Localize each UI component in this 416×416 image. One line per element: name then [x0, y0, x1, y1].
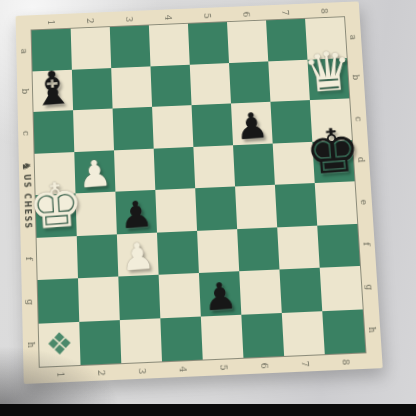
square-b1[interactable]: ♝ [33, 69, 74, 112]
corner-top-right [343, 1, 360, 17]
coord-label: 5 [203, 358, 245, 376]
square-b8[interactable]: ♛ [307, 58, 349, 101]
coord-label: 6 [243, 356, 285, 374]
coord-label: e [355, 181, 374, 224]
coord-label: 4 [148, 9, 188, 26]
piece-black-pawn[interactable]: ♟ [202, 276, 238, 316]
square-c5[interactable] [192, 103, 233, 146]
board-squares: ♝♛♟♟♚♚♟♟♟❖ [32, 17, 366, 367]
square-b5[interactable] [190, 63, 231, 106]
piece-black-bishop[interactable]: ♝ [30, 63, 75, 112]
square-a6[interactable] [227, 20, 268, 62]
piece-white-queen[interactable]: ♛ [301, 44, 355, 101]
square-e6[interactable] [235, 185, 277, 229]
board-frame: 12345678 abcfgh ♝♛♟♟♚♚♟♟♟❖ abcdefgh 1234… [16, 1, 383, 384]
coord-label: 7 [284, 354, 326, 372]
square-g2[interactable] [78, 277, 120, 322]
square-b2[interactable] [72, 68, 113, 111]
piece-black-pawn[interactable]: ♟ [234, 107, 270, 145]
piece-white-pawn[interactable]: ♟ [120, 237, 156, 277]
square-h4[interactable] [160, 316, 202, 361]
square-e4[interactable] [155, 188, 197, 232]
square-h8[interactable] [322, 309, 365, 354]
square-b6[interactable] [229, 61, 270, 104]
square-e3[interactable]: ♟ [115, 190, 157, 234]
square-c4[interactable] [152, 105, 193, 148]
square-g6[interactable] [239, 269, 282, 314]
square-a3[interactable] [110, 25, 151, 67]
coord-label: 3 [109, 10, 149, 27]
corner-bottom-right [365, 352, 382, 369]
square-f5[interactable] [197, 229, 239, 273]
coord-label: 2 [70, 12, 110, 29]
square-e5[interactable] [195, 186, 237, 230]
square-f6[interactable] [237, 227, 279, 271]
knight-logo-icon: ♞ [20, 161, 33, 171]
square-g5[interactable]: ♟ [199, 271, 241, 316]
square-f4[interactable] [157, 230, 199, 274]
square-a5[interactable] [188, 22, 229, 64]
square-f7[interactable] [277, 225, 320, 269]
square-b3[interactable] [111, 66, 152, 109]
square-d5[interactable] [193, 145, 235, 188]
square-g1[interactable] [38, 278, 80, 323]
coord-label: 4 [162, 360, 203, 378]
square-c1[interactable] [34, 110, 75, 153]
square-a4[interactable] [149, 24, 190, 66]
square-h6[interactable] [241, 312, 284, 357]
coord-label: 8 [325, 352, 367, 370]
piece-white-king[interactable]: ♚ [26, 173, 85, 239]
square-d4[interactable] [154, 146, 196, 189]
square-h3[interactable] [120, 318, 162, 363]
square-d3[interactable] [114, 148, 155, 191]
square-d6[interactable] [233, 143, 275, 186]
chess-board: 12345678 abcfgh ♝♛♟♟♚♚♟♟♟❖ abcdefgh 1234… [16, 1, 383, 384]
square-g8[interactable] [320, 266, 363, 311]
coord-label: h [363, 308, 382, 352]
square-c6[interactable]: ♟ [231, 102, 273, 145]
square-d8[interactable]: ♚ [312, 140, 354, 183]
square-a2[interactable] [71, 27, 111, 69]
square-f2[interactable] [77, 234, 119, 278]
coord-label: 5 [187, 7, 227, 24]
coord-label: 6 [226, 5, 266, 22]
photo-scene: 12345678 abcfgh ♝♛♟♟♚♚♟♟♟❖ abcdefgh 1234… [0, 0, 416, 416]
coord-label: g [21, 280, 38, 324]
piece-black-king[interactable]: ♚ [302, 119, 363, 184]
square-e1[interactable]: ♚ [36, 193, 77, 237]
square-g7[interactable] [279, 268, 322, 313]
square-f8[interactable] [317, 223, 360, 267]
coord-label: 8 [304, 2, 344, 19]
square-h7[interactable] [282, 311, 325, 356]
corner-top-left [16, 15, 32, 31]
square-h5[interactable] [201, 314, 244, 359]
square-f3[interactable]: ♟ [117, 232, 159, 276]
square-g3[interactable] [118, 275, 160, 320]
coord-label: 3 [121, 361, 162, 379]
coord-label: g [360, 265, 379, 309]
coord-label: f [357, 223, 376, 266]
square-c3[interactable] [113, 107, 154, 150]
square-e7[interactable] [275, 183, 317, 227]
square-c2[interactable] [73, 109, 114, 152]
square-g4[interactable] [159, 273, 201, 318]
coord-label: 7 [265, 4, 305, 21]
board-corner-shadow [0, 346, 120, 406]
square-b4[interactable] [150, 64, 191, 107]
table-edge [0, 404, 416, 416]
coord-label: 1 [31, 14, 70, 31]
piece-black-pawn[interactable]: ♟ [118, 195, 154, 234]
